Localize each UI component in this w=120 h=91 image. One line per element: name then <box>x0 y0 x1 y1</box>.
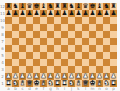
square-b6[interactable] <box>12 45 19 52</box>
file-label-d: d <box>26 87 33 91</box>
square-d6[interactable] <box>26 45 33 52</box>
square-a9[interactable] <box>5 24 12 31</box>
square-b9[interactable] <box>12 24 19 31</box>
square-h8[interactable] <box>54 31 61 38</box>
square-p9[interactable] <box>110 24 117 31</box>
square-h7[interactable] <box>54 38 61 45</box>
square-a10[interactable] <box>5 17 12 24</box>
square-e10[interactable] <box>33 17 40 24</box>
square-j4[interactable] <box>68 59 75 66</box>
square-p7[interactable] <box>110 38 117 45</box>
square-d7[interactable] <box>26 38 33 45</box>
square-h6[interactable] <box>54 45 61 52</box>
piece-black-pawn[interactable]: ♟ <box>68 10 75 17</box>
square-k6[interactable] <box>75 45 82 52</box>
square-m4[interactable] <box>89 59 96 66</box>
square-e8[interactable] <box>33 31 40 38</box>
square-p6[interactable] <box>110 45 117 52</box>
piece-black-pawn[interactable]: ♟ <box>5 10 12 17</box>
square-d5[interactable] <box>26 52 33 59</box>
square-k8[interactable] <box>75 31 82 38</box>
square-n4[interactable] <box>96 59 103 66</box>
square-p4[interactable] <box>110 59 117 66</box>
chess-app-window: 121110987654321 ♜♞♝♛♚♝♞♜♜♞♝♛♚♝♞♜♟♟♟♟♟♟♟♟… <box>0 0 120 91</box>
square-k4[interactable] <box>75 59 82 66</box>
square-c11[interactable]: ♟ <box>19 10 26 17</box>
square-i8[interactable] <box>61 31 68 38</box>
square-i9[interactable] <box>61 24 68 31</box>
square-c5[interactable] <box>19 52 26 59</box>
square-l6[interactable] <box>82 45 89 52</box>
square-f11[interactable]: ♟ <box>40 10 47 17</box>
square-g7[interactable] <box>47 38 54 45</box>
square-g10[interactable] <box>47 17 54 24</box>
square-j9[interactable] <box>68 24 75 31</box>
square-n9[interactable] <box>96 24 103 31</box>
file-label-k: k <box>75 87 82 91</box>
piece-black-pawn[interactable]: ♟ <box>82 10 89 17</box>
piece-black-pawn[interactable]: ♟ <box>110 10 117 17</box>
square-j7[interactable] <box>68 38 75 45</box>
square-f7[interactable] <box>40 38 47 45</box>
square-a7[interactable] <box>5 38 12 45</box>
square-o10[interactable] <box>103 17 110 24</box>
square-n11[interactable]: ♟ <box>96 10 103 17</box>
square-l7[interactable] <box>82 38 89 45</box>
square-n7[interactable] <box>96 38 103 45</box>
square-c7[interactable] <box>19 38 26 45</box>
square-m10[interactable] <box>89 17 96 24</box>
square-g8[interactable] <box>47 31 54 38</box>
square-m7[interactable] <box>89 38 96 45</box>
square-f5[interactable] <box>40 52 47 59</box>
piece-black-pawn[interactable]: ♟ <box>12 10 19 17</box>
square-d10[interactable] <box>26 17 33 24</box>
square-n8[interactable] <box>96 31 103 38</box>
square-f6[interactable] <box>40 45 47 52</box>
square-h10[interactable] <box>54 17 61 24</box>
square-l11[interactable]: ♟ <box>82 10 89 17</box>
board: ♜♞♝♛♚♝♞♜♜♞♝♛♚♝♞♜♟♟♟♟♟♟♟♟♟♟♟♟♟♟♟♟♟♟♟♟♟♟♟♟… <box>5 3 117 87</box>
square-b8[interactable] <box>12 31 19 38</box>
square-p11[interactable]: ♟ <box>110 10 117 17</box>
file-label-f: f <box>40 87 47 91</box>
square-n5[interactable] <box>96 52 103 59</box>
square-i11[interactable]: ♟ <box>61 10 68 17</box>
square-a5[interactable] <box>5 52 12 59</box>
square-p10[interactable] <box>110 17 117 24</box>
file-label-p: p <box>110 87 117 91</box>
piece-black-pawn[interactable]: ♟ <box>19 10 26 17</box>
square-f10[interactable] <box>40 17 47 24</box>
square-o4[interactable] <box>103 59 110 66</box>
square-k10[interactable] <box>75 17 82 24</box>
square-m5[interactable] <box>89 52 96 59</box>
square-e4[interactable] <box>33 59 40 66</box>
square-e5[interactable] <box>33 52 40 59</box>
square-c8[interactable] <box>19 31 26 38</box>
square-i10[interactable] <box>61 17 68 24</box>
square-a11[interactable]: ♟ <box>5 10 12 17</box>
square-n10[interactable] <box>96 17 103 24</box>
square-o9[interactable] <box>103 24 110 31</box>
square-b5[interactable] <box>12 52 19 59</box>
square-p5[interactable] <box>110 52 117 59</box>
square-b11[interactable]: ♟ <box>12 10 19 17</box>
file-label-g: g <box>47 87 54 91</box>
square-d4[interactable] <box>26 59 33 66</box>
square-j6[interactable] <box>68 45 75 52</box>
piece-black-pawn[interactable]: ♟ <box>89 10 96 17</box>
square-n6[interactable] <box>96 45 103 52</box>
square-o5[interactable] <box>103 52 110 59</box>
square-f9[interactable] <box>40 24 47 31</box>
square-d8[interactable] <box>26 31 33 38</box>
square-d11[interactable]: ♟ <box>26 10 33 17</box>
square-a8[interactable] <box>5 31 12 38</box>
square-i5[interactable] <box>61 52 68 59</box>
square-b7[interactable] <box>12 38 19 45</box>
file-label-i: i <box>61 87 68 91</box>
square-d9[interactable] <box>26 24 33 31</box>
square-k9[interactable] <box>75 24 82 31</box>
square-i7[interactable] <box>61 38 68 45</box>
square-l10[interactable] <box>82 17 89 24</box>
file-label-l: l <box>82 87 89 91</box>
square-a6[interactable] <box>5 45 12 52</box>
square-e9[interactable] <box>33 24 40 31</box>
file-label-n: n <box>96 87 103 91</box>
square-l9[interactable] <box>82 24 89 31</box>
square-c4[interactable] <box>19 59 26 66</box>
square-k7[interactable] <box>75 38 82 45</box>
piece-black-pawn[interactable]: ♟ <box>47 10 54 17</box>
square-j8[interactable] <box>68 31 75 38</box>
square-g9[interactable] <box>47 24 54 31</box>
square-i4[interactable] <box>61 59 68 66</box>
square-e6[interactable] <box>33 45 40 52</box>
square-o6[interactable] <box>103 45 110 52</box>
file-label-m: m <box>89 87 96 91</box>
square-h5[interactable] <box>54 52 61 59</box>
square-a4[interactable] <box>5 59 12 66</box>
piece-black-pawn[interactable]: ♟ <box>61 10 68 17</box>
square-l5[interactable] <box>82 52 89 59</box>
square-l8[interactable] <box>82 31 89 38</box>
square-g6[interactable] <box>47 45 54 52</box>
square-h4[interactable] <box>54 59 61 66</box>
file-label-b: b <box>12 87 19 91</box>
piece-black-pawn[interactable]: ♟ <box>103 10 110 17</box>
square-g4[interactable] <box>47 59 54 66</box>
file-label-e: e <box>33 87 40 91</box>
square-k11[interactable]: ♟ <box>75 10 82 17</box>
piece-black-pawn[interactable]: ♟ <box>75 10 82 17</box>
square-f8[interactable] <box>40 31 47 38</box>
square-j5[interactable] <box>68 52 75 59</box>
square-e7[interactable] <box>33 38 40 45</box>
square-k5[interactable] <box>75 52 82 59</box>
square-c9[interactable] <box>19 24 26 31</box>
file-label-a: a <box>5 87 12 91</box>
square-h11[interactable]: ♟ <box>54 10 61 17</box>
square-g11[interactable]: ♟ <box>47 10 54 17</box>
piece-black-pawn[interactable]: ♟ <box>33 10 40 17</box>
square-o7[interactable] <box>103 38 110 45</box>
file-label-h: h <box>54 87 61 91</box>
square-g5[interactable] <box>47 52 54 59</box>
piece-black-pawn[interactable]: ♟ <box>54 10 61 17</box>
square-m11[interactable]: ♟ <box>89 10 96 17</box>
piece-black-pawn[interactable]: ♟ <box>96 10 103 17</box>
square-p8[interactable] <box>110 31 117 38</box>
square-j10[interactable] <box>68 17 75 24</box>
square-c10[interactable] <box>19 17 26 24</box>
square-e11[interactable]: ♟ <box>33 10 40 17</box>
square-m8[interactable] <box>89 31 96 38</box>
square-b4[interactable] <box>12 59 19 66</box>
square-o8[interactable] <box>103 31 110 38</box>
file-label-o: o <box>103 87 110 91</box>
square-m9[interactable] <box>89 24 96 31</box>
piece-black-pawn[interactable]: ♟ <box>26 10 33 17</box>
square-m6[interactable] <box>89 45 96 52</box>
square-h9[interactable] <box>54 24 61 31</box>
square-c6[interactable] <box>19 45 26 52</box>
square-f4[interactable] <box>40 59 47 66</box>
file-label-j: j <box>68 87 75 91</box>
square-i6[interactable] <box>61 45 68 52</box>
square-l4[interactable] <box>82 59 89 66</box>
file-label-c: c <box>19 87 26 91</box>
square-o11[interactable]: ♟ <box>103 10 110 17</box>
square-j11[interactable]: ♟ <box>68 10 75 17</box>
square-b10[interactable] <box>12 17 19 24</box>
file-labels-row: abcdefghijklmnop <box>5 87 117 91</box>
piece-black-pawn[interactable]: ♟ <box>40 10 47 17</box>
